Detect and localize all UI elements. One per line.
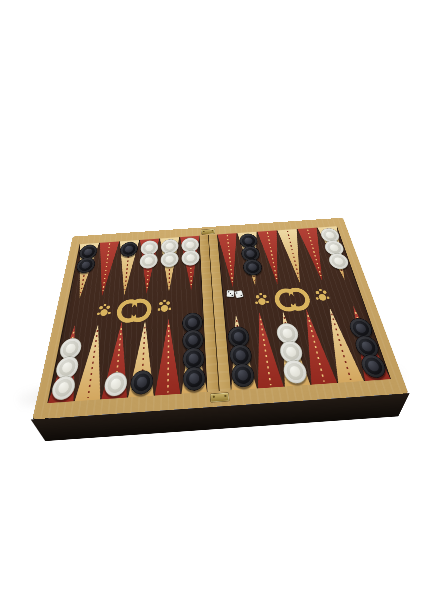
- black-checker-bottom-pt7[interactable]: [228, 344, 252, 368]
- white-checker-top-pt6[interactable]: [181, 250, 200, 267]
- black-checker-bottom-pt7[interactable]: [230, 363, 255, 388]
- white-checker-bottom-pt9[interactable]: [275, 322, 300, 344]
- point-spine: [260, 319, 272, 386]
- point-bottom-3[interactable]: [101, 321, 134, 399]
- point-bottom-11[interactable]: [318, 307, 364, 383]
- black-checker-bottom-pt12[interactable]: [358, 354, 388, 379]
- black-checker-bottom-pt12[interactable]: [352, 335, 381, 358]
- point-spine: [192, 323, 195, 390]
- die-pip: [231, 295, 232, 296]
- point-spine: [331, 314, 351, 380]
- white-checker-top-pt12[interactable]: [327, 253, 351, 270]
- point-spine: [355, 312, 378, 378]
- black-checker-bottom-pt7[interactable]: [227, 326, 250, 348]
- black-checker-bottom-pt6[interactable]: [182, 312, 203, 333]
- fold-seam: [208, 235, 220, 391]
- black-checker-bottom-pt6[interactable]: [183, 366, 206, 391]
- white-checker-bottom-pt1[interactable]: [58, 337, 83, 360]
- die-1[interactable]: [227, 290, 235, 297]
- die-2[interactable]: [234, 290, 243, 298]
- white-checker-bottom-pt1[interactable]: [50, 375, 77, 401]
- floral-spray-icon: [161, 305, 168, 312]
- black-checker-bottom-pt6[interactable]: [182, 329, 204, 351]
- board-left-half: [47, 236, 207, 403]
- left-half-crescent-motif: [98, 295, 168, 327]
- white-checker-top-pt5[interactable]: [160, 251, 178, 268]
- backgammon-board: [32, 218, 408, 420]
- point-spine: [102, 243, 110, 291]
- white-checker-bottom-pt9[interactable]: [278, 340, 304, 364]
- board-right-half: [217, 226, 391, 390]
- scene: [0, 0, 424, 600]
- floral-spray-icon: [258, 298, 266, 305]
- point-bottom-8[interactable]: [248, 312, 285, 389]
- point-bottom-2[interactable]: [74, 323, 110, 401]
- black-checker-bottom-pt4[interactable]: [130, 370, 154, 396]
- black-checker-top-pt8[interactable]: [242, 259, 263, 276]
- crescent-icon: [288, 287, 319, 312]
- die-pip: [236, 292, 238, 293]
- white-checker-bottom-pt3[interactable]: [103, 371, 128, 397]
- white-checker-bottom-pt1[interactable]: [54, 356, 80, 380]
- point-bottom-5[interactable]: [154, 318, 181, 396]
- white-checker-bottom-pt9[interactable]: [281, 359, 308, 384]
- floral-spray-icon: [318, 294, 327, 301]
- point-spine: [227, 235, 233, 282]
- point-spine: [307, 315, 325, 381]
- point-spine: [87, 330, 98, 398]
- black-checker-top-pt1[interactable]: [75, 257, 96, 274]
- point-bottom-12[interactable]: [341, 305, 391, 381]
- point-spine: [267, 232, 277, 279]
- white-checker-top-pt4[interactable]: [139, 253, 158, 270]
- black-checker-bottom-pt6[interactable]: [182, 347, 204, 371]
- point-spine: [60, 332, 74, 400]
- point-spine: [114, 328, 122, 396]
- point-spine: [307, 230, 322, 276]
- crescent-icon: [131, 297, 158, 323]
- point-bottom-1[interactable]: [47, 325, 86, 404]
- point-spine: [167, 325, 169, 393]
- point-bottom-6[interactable]: [180, 316, 207, 394]
- point-spine: [140, 327, 145, 395]
- floral-spray-icon: [100, 309, 108, 316]
- brass-hinge-near: [210, 393, 229, 402]
- point-bottom-9[interactable]: [271, 310, 311, 387]
- black-checker-bottom-pt12[interactable]: [347, 317, 375, 339]
- right-half-crescent-motif: [256, 284, 330, 315]
- point-bottom-4[interactable]: [128, 320, 157, 398]
- board-top-surface: [32, 218, 408, 420]
- point-spine: [283, 317, 298, 384]
- point-spine: [236, 320, 245, 387]
- point-spine: [287, 231, 299, 278]
- point-bottom-10[interactable]: [295, 308, 338, 384]
- die-pip: [240, 295, 242, 296]
- brass-hinge-far: [201, 229, 215, 234]
